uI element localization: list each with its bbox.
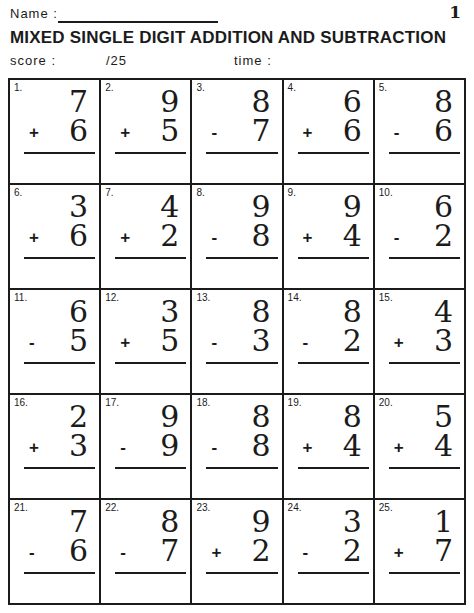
answer-space (192, 364, 281, 393)
problem-cell: 15. 4 + 3 (375, 290, 464, 393)
score-total: /25 (106, 53, 127, 68)
problem-number: 3. (196, 82, 204, 93)
problem-number: 16. (14, 397, 28, 408)
problem-cell: 5. 8 - 6 (375, 80, 464, 183)
answer-space (284, 364, 373, 393)
bottom-operand: 4 (343, 431, 362, 461)
problem-cell: 12. 3 + 5 (101, 290, 190, 393)
answer-space (10, 154, 99, 183)
bottom-operand: 5 (160, 116, 179, 146)
page-number: 1 (449, 2, 461, 22)
problem-number: 7. (105, 187, 113, 198)
answer-space (101, 364, 190, 393)
problem-number: 12. (105, 292, 119, 303)
bottom-operand: 4 (434, 431, 453, 461)
problem-number: 1. (14, 82, 22, 93)
problem-cell: 4. 6 + 6 (284, 80, 373, 183)
problem-number: 22. (105, 502, 119, 513)
bottom-operand: 7 (434, 536, 453, 566)
score-label: score : (10, 53, 56, 68)
problem-number: 21. (14, 502, 28, 513)
problem-number: 8. (196, 187, 204, 198)
operator-sign: - (120, 543, 126, 563)
operator-sign: - (211, 438, 217, 458)
answer-space (284, 574, 373, 603)
problem-cell: 10. 6 - 2 (375, 185, 464, 288)
problem-number: 10. (379, 187, 393, 198)
problem-number: 14. (288, 292, 302, 303)
answer-space (10, 259, 99, 288)
answer-space (101, 154, 190, 183)
problem-cell: 6. 3 + 6 (10, 185, 99, 288)
answer-space (10, 364, 99, 393)
operator-sign: - (211, 228, 217, 248)
problem-number: 9. (288, 187, 296, 198)
problem-number: 4. (288, 82, 296, 93)
problem-cell: 14. 8 - 2 (284, 290, 373, 393)
answer-space (101, 574, 190, 603)
problem-number: 23. (196, 502, 210, 513)
bottom-operand: 6 (343, 116, 362, 146)
answer-space (192, 574, 281, 603)
bottom-operand: 7 (252, 116, 271, 146)
bottom-operand: 9 (160, 431, 179, 461)
problem-cell: 1. 7 + 6 (10, 80, 99, 183)
problem-number: 25. (379, 502, 393, 513)
answer-space (284, 154, 373, 183)
bottom-operand: 6 (69, 536, 88, 566)
problem-cell: 9. 9 + 4 (284, 185, 373, 288)
answer-space (284, 259, 373, 288)
problem-cell: 22. 8 - 7 (101, 500, 190, 603)
problem-cell: 7. 4 + 2 (101, 185, 190, 288)
problem-number: 6. (14, 187, 22, 198)
operator-sign: + (29, 228, 39, 248)
answer-space (192, 469, 281, 498)
problem-cell: 19. 8 + 4 (284, 395, 373, 498)
operator-sign: + (303, 123, 313, 143)
bottom-operand: 3 (434, 326, 453, 356)
bottom-operand: 3 (69, 431, 88, 461)
operator-sign: + (29, 123, 39, 143)
answer-space (101, 469, 190, 498)
answer-space (284, 469, 373, 498)
answer-space (375, 364, 464, 393)
operator-sign: - (211, 333, 217, 353)
problem-number: 15. (379, 292, 393, 303)
answer-space (101, 259, 190, 288)
operator-sign: + (394, 333, 404, 353)
operator-sign: - (211, 123, 217, 143)
name-label: Name : (10, 6, 58, 21)
operator-sign: - (120, 438, 126, 458)
operator-sign: + (120, 228, 130, 248)
problem-number: 11. (14, 292, 27, 303)
answer-space (375, 574, 464, 603)
operator-sign: + (303, 438, 313, 458)
answer-space (192, 259, 281, 288)
bottom-operand: 6 (69, 221, 88, 251)
name-blank-line (58, 21, 218, 23)
problem-cell: 25. 1 + 7 (375, 500, 464, 603)
problem-cell: 21. 7 - 6 (10, 500, 99, 603)
answer-space (192, 154, 281, 183)
answer-space (375, 469, 464, 498)
operator-sign: - (303, 543, 309, 563)
time-label: time : (234, 53, 272, 68)
score-time-row: score : /25 time : (10, 53, 464, 71)
worksheet-title: MIXED SINGLE DIGIT ADDITION AND SUBTRACT… (10, 28, 446, 48)
problem-number: 13. (196, 292, 210, 303)
problem-cell: 16. 2 + 3 (10, 395, 99, 498)
problem-cell: 3. 8 - 7 (192, 80, 281, 183)
problem-cell: 24. 3 - 2 (284, 500, 373, 603)
problem-number: 24. (288, 502, 302, 513)
bottom-operand: 2 (252, 536, 271, 566)
operator-sign: + (303, 228, 313, 248)
problem-cell: 2. 9 + 5 (101, 80, 190, 183)
operator-sign: + (120, 123, 130, 143)
bottom-operand: 6 (69, 116, 88, 146)
problem-number: 5. (379, 82, 387, 93)
operator-sign: - (29, 543, 35, 563)
operator-sign: + (211, 543, 221, 563)
problem-cell: 13. 8 - 3 (192, 290, 281, 393)
problem-number: 2. (105, 82, 113, 93)
operator-sign: - (29, 333, 35, 353)
bottom-operand: 4 (343, 221, 362, 251)
bottom-operand: 2 (343, 326, 362, 356)
bottom-operand: 5 (160, 326, 179, 356)
problem-cell: 18. 8 - 8 (192, 395, 281, 498)
problem-number: 18. (196, 397, 210, 408)
bottom-operand: 7 (160, 536, 179, 566)
answer-space (375, 154, 464, 183)
bottom-operand: 2 (434, 221, 453, 251)
problem-number: 19. (288, 397, 302, 408)
bottom-operand: 5 (69, 326, 88, 356)
operator-sign: + (394, 543, 404, 563)
operator-sign: - (303, 333, 309, 353)
operator-sign: - (394, 123, 400, 143)
bottom-operand: 6 (434, 116, 453, 146)
bottom-operand: 8 (252, 221, 271, 251)
bottom-operand: 3 (252, 326, 271, 356)
operator-sign: - (394, 228, 400, 248)
problem-cell: 17. 9 - 9 (101, 395, 190, 498)
bottom-operand: 2 (343, 536, 362, 566)
problem-cell: 11. 6 - 5 (10, 290, 99, 393)
operator-sign: + (29, 438, 39, 458)
problem-number: 17. (105, 397, 119, 408)
problem-cell: 23. 9 + 2 (192, 500, 281, 603)
bottom-operand: 2 (160, 221, 179, 251)
operator-sign: + (120, 333, 130, 353)
answer-space (10, 574, 99, 603)
problem-number: 20. (379, 397, 393, 408)
problem-grid: 1. 7 + 6 2. 9 + 5 3. 8 - 7 4. 6 + 6 5. 8… (8, 78, 466, 605)
answer-space (10, 469, 99, 498)
problem-cell: 20. 5 + 4 (375, 395, 464, 498)
problem-cell: 8. 9 - 8 (192, 185, 281, 288)
answer-space (375, 259, 464, 288)
bottom-operand: 8 (252, 431, 271, 461)
operator-sign: + (394, 438, 404, 458)
